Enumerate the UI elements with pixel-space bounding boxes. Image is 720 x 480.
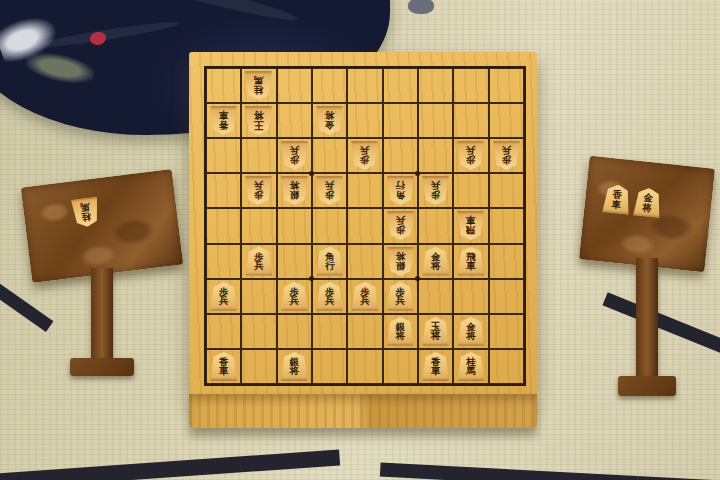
room-scene: 桂馬 桂馬香車王将金将歩兵歩兵歩兵歩兵歩兵銀将歩兵角行歩兵歩兵飛車歩兵角行銀将金… (0, 0, 720, 480)
square-2i[interactable]: 桂馬 (453, 349, 488, 384)
square-6a[interactable] (312, 68, 347, 103)
piece-kanji: 歩 (502, 156, 512, 166)
square-9d[interactable] (206, 173, 241, 208)
piece-kanji: 兵 (290, 146, 300, 156)
tatami-border-strip (380, 463, 720, 480)
piece-歩兵-gote[interactable]: 歩兵 (245, 176, 272, 205)
piece-kanji: 馬 (254, 76, 264, 86)
piece-歩兵-gote[interactable]: 歩兵 (457, 141, 484, 170)
piece-kanji: 兵 (290, 296, 300, 306)
piece-銀将-sente[interactable]: 銀将 (281, 352, 308, 381)
square-1f[interactable] (489, 244, 524, 279)
piece-kanji: 将 (325, 111, 335, 121)
square-3f[interactable]: 金将 (418, 244, 453, 279)
piece-歩兵-sente[interactable]: 歩兵 (351, 282, 378, 311)
piece-kanji: 香 (219, 121, 229, 131)
piece-kanji: 歩 (360, 156, 370, 166)
square-8a[interactable]: 桂馬 (241, 68, 276, 103)
piece-香車-sente[interactable]: 香車 (210, 352, 237, 381)
piece-kanji: 兵 (396, 296, 406, 306)
piece-kanji: 兵 (466, 146, 476, 156)
piece-kanji: 金 (325, 121, 335, 131)
square-5g[interactable]: 歩兵 (347, 279, 382, 314)
piece-香車-sente[interactable]: 香車 (422, 352, 449, 381)
piece-kanji: 将 (290, 366, 300, 376)
square-7g[interactable]: 歩兵 (277, 279, 312, 314)
piece-kanji: 兵 (254, 261, 264, 271)
piece-kanji: 将 (642, 202, 652, 212)
square-6g[interactable]: 歩兵 (312, 279, 347, 314)
piece-kanji: 兵 (360, 146, 370, 156)
piece-歩兵-gote[interactable]: 歩兵 (387, 211, 414, 240)
piece-kanji: 桂 (81, 212, 92, 223)
piece-香車-sente[interactable]: 香車 (602, 183, 632, 215)
square-2h[interactable]: 金将 (453, 314, 488, 349)
komadai-gote: 桂馬 (26, 178, 178, 376)
square-6e[interactable] (312, 208, 347, 243)
shogi-board: 桂馬香車王将金将歩兵歩兵歩兵歩兵歩兵銀将歩兵角行歩兵歩兵飛車歩兵角行銀将金将飛車… (189, 52, 537, 428)
square-3g[interactable] (418, 279, 453, 314)
piece-金将-gote[interactable]: 金将 (316, 106, 343, 135)
piece-歩兵-gote[interactable]: 歩兵 (281, 141, 308, 170)
square-9g[interactable]: 歩兵 (206, 279, 241, 314)
piece-kanji: 兵 (325, 296, 335, 306)
square-4b[interactable] (383, 103, 418, 138)
piece-kanji: 将 (396, 331, 406, 341)
square-8d[interactable]: 歩兵 (241, 173, 276, 208)
piece-kanji: 将 (254, 111, 264, 121)
square-9i[interactable]: 香車 (206, 349, 241, 384)
square-5b[interactable] (347, 103, 382, 138)
square-8b[interactable]: 王将 (241, 103, 276, 138)
square-5e[interactable] (347, 208, 382, 243)
square-7i[interactable]: 銀将 (277, 349, 312, 384)
square-8g[interactable] (241, 279, 276, 314)
piece-歩兵-sente[interactable]: 歩兵 (210, 282, 237, 311)
square-7d[interactable]: 銀将 (277, 173, 312, 208)
square-4h[interactable]: 銀将 (383, 314, 418, 349)
komadai-sente-leg (636, 258, 658, 378)
square-1b[interactable] (489, 103, 524, 138)
piece-kanji: 兵 (219, 296, 229, 306)
square-3e[interactable] (418, 208, 453, 243)
piece-kanji: 将 (466, 331, 476, 341)
square-8c[interactable] (241, 138, 276, 173)
piece-kanji: 将 (396, 252, 406, 262)
piece-飛車-sente[interactable]: 飛車 (457, 247, 484, 276)
square-1e[interactable] (489, 208, 524, 243)
piece-kanji: 飛 (466, 226, 476, 236)
square-9h[interactable] (206, 314, 241, 349)
piece-kanji: 車 (431, 366, 441, 376)
square-7f[interactable] (277, 244, 312, 279)
square-8i[interactable] (241, 349, 276, 384)
square-3i[interactable]: 香車 (418, 349, 453, 384)
piece-kanji: 歩 (254, 191, 264, 201)
piece-kanji: 歩 (290, 156, 300, 166)
square-3b[interactable] (418, 103, 453, 138)
square-5f[interactable] (347, 244, 382, 279)
square-7e[interactable] (277, 208, 312, 243)
fabric-flower-red (90, 32, 106, 45)
tatami-border-strip (0, 449, 340, 480)
square-1d[interactable] (489, 173, 524, 208)
fabric-leaf-pattern (23, 48, 97, 88)
piece-王将-gote[interactable]: 王将 (245, 106, 272, 135)
square-6b[interactable]: 金将 (312, 103, 347, 138)
square-3a[interactable] (418, 68, 453, 103)
piece-kanji: 角 (396, 191, 406, 201)
square-5h[interactable] (347, 314, 382, 349)
square-6c[interactable] (312, 138, 347, 173)
square-5c[interactable]: 歩兵 (347, 138, 382, 173)
square-4f[interactable]: 銀将 (383, 244, 418, 279)
piece-香車-gote[interactable]: 香車 (210, 106, 237, 135)
square-1h[interactable] (489, 314, 524, 349)
square-7c[interactable]: 歩兵 (277, 138, 312, 173)
square-7h[interactable] (277, 314, 312, 349)
piece-金将-sente[interactable]: 金将 (422, 247, 449, 276)
square-1g[interactable] (489, 279, 524, 314)
piece-歩兵-sente[interactable]: 歩兵 (281, 282, 308, 311)
piece-kanji: 兵 (254, 181, 264, 191)
square-3h[interactable]: 玉将 (418, 314, 453, 349)
square-4i[interactable] (383, 349, 418, 384)
square-9b[interactable]: 香車 (206, 103, 241, 138)
square-5i[interactable] (347, 349, 382, 384)
square-3c[interactable] (418, 138, 453, 173)
piece-kanji: 歩 (325, 191, 335, 201)
square-2c[interactable]: 歩兵 (453, 138, 488, 173)
piece-kanji: 馬 (80, 202, 91, 213)
piece-歩兵-gote[interactable]: 歩兵 (422, 176, 449, 205)
piece-金将-sente[interactable]: 金将 (457, 317, 484, 346)
board-grid: 桂馬香車王将金将歩兵歩兵歩兵歩兵歩兵銀将歩兵角行歩兵歩兵飛車歩兵角行銀将金将飛車… (204, 66, 526, 386)
piece-歩兵-sente[interactable]: 歩兵 (245, 247, 272, 276)
square-1c[interactable]: 歩兵 (489, 138, 524, 173)
piece-角行-sente[interactable]: 角行 (316, 247, 343, 276)
square-4d[interactable]: 角行 (383, 173, 418, 208)
komadai-gote-foot (70, 358, 134, 376)
square-4c[interactable] (383, 138, 418, 173)
square-7a[interactable] (277, 68, 312, 103)
piece-銀将-gote[interactable]: 銀将 (387, 247, 414, 276)
board-front-face (189, 394, 537, 428)
piece-kanji: 歩 (396, 226, 406, 236)
square-6i[interactable] (312, 349, 347, 384)
square-4a[interactable] (383, 68, 418, 103)
piece-桂馬-gote[interactable]: 桂馬 (71, 196, 101, 228)
piece-kanji: 車 (611, 199, 621, 209)
piece-kanji: 歩 (431, 191, 441, 201)
square-5d[interactable] (347, 173, 382, 208)
piece-桂馬-sente[interactable]: 桂馬 (457, 352, 484, 381)
piece-kanji: 歩 (466, 156, 476, 166)
piece-kanji: 兵 (396, 216, 406, 226)
square-1i[interactable] (489, 349, 524, 384)
piece-kanji: 車 (466, 216, 476, 226)
piece-kanji: 将 (431, 331, 441, 341)
piece-kanji: 兵 (431, 181, 441, 191)
komadai-sente-foot (618, 376, 676, 396)
piece-kanji: 銀 (290, 191, 300, 201)
piece-金将-sente[interactable]: 金将 (633, 187, 663, 219)
fabric-fold (121, 0, 299, 26)
square-9f[interactable] (206, 244, 241, 279)
square-5a[interactable] (347, 68, 382, 103)
piece-銀将-gote[interactable]: 銀将 (281, 176, 308, 205)
square-2e[interactable]: 飛車 (453, 208, 488, 243)
square-6h[interactable] (312, 314, 347, 349)
square-3d[interactable]: 歩兵 (418, 173, 453, 208)
piece-kanji: 馬 (466, 366, 476, 376)
komadai-gote-surface[interactable]: 桂馬 (21, 169, 184, 283)
square-6d[interactable]: 歩兵 (312, 173, 347, 208)
piece-kanji: 車 (219, 111, 229, 121)
piece-桂馬-gote[interactable]: 桂馬 (245, 71, 272, 100)
square-2a[interactable] (453, 68, 488, 103)
komadai-sente-surface[interactable]: 香車金将 (579, 156, 715, 273)
piece-kanji: 銀 (396, 261, 406, 271)
square-8h[interactable] (241, 314, 276, 349)
komadai-gote-leg (91, 268, 113, 360)
square-2b[interactable] (453, 103, 488, 138)
piece-kanji: 王 (254, 121, 264, 131)
square-9e[interactable] (206, 208, 241, 243)
piece-歩兵-gote[interactable]: 歩兵 (351, 141, 378, 170)
piece-kanji: 兵 (360, 296, 370, 306)
board-surface: 桂馬香車王将金将歩兵歩兵歩兵歩兵歩兵銀将歩兵角行歩兵歩兵飛車歩兵角行銀将金将飛車… (189, 52, 537, 396)
piece-歩兵-gote[interactable]: 歩兵 (316, 176, 343, 205)
square-9c[interactable] (206, 138, 241, 173)
piece-kanji: 兵 (502, 146, 512, 156)
piece-kanji: 車 (219, 366, 229, 376)
square-4e[interactable]: 歩兵 (383, 208, 418, 243)
piece-kanji: 行 (325, 261, 335, 271)
piece-kanji: 車 (466, 261, 476, 271)
piece-kanji: 将 (290, 181, 300, 191)
piece-角行-gote[interactable]: 角行 (387, 176, 414, 205)
piece-kanji: 将 (431, 261, 441, 271)
komadai-sente: 香車金将 (584, 162, 710, 396)
piece-玉将-sente[interactable]: 玉将 (422, 317, 449, 346)
piece-銀将-sente[interactable]: 銀将 (387, 317, 414, 346)
square-2f[interactable]: 飛車 (453, 244, 488, 279)
piece-歩兵-sente[interactable]: 歩兵 (387, 282, 414, 311)
square-2g[interactable] (453, 279, 488, 314)
piece-歩兵-gote[interactable]: 歩兵 (493, 141, 520, 170)
piece-歩兵-sente[interactable]: 歩兵 (316, 282, 343, 311)
square-8e[interactable] (241, 208, 276, 243)
piece-kanji: 兵 (325, 181, 335, 191)
square-9a[interactable] (206, 68, 241, 103)
piece-飛車-gote[interactable]: 飛車 (457, 211, 484, 240)
piece-kanji: 行 (396, 181, 406, 191)
square-6f[interactable]: 角行 (312, 244, 347, 279)
square-2d[interactable] (453, 173, 488, 208)
piece-kanji: 桂 (254, 86, 264, 96)
square-7b[interactable] (277, 103, 312, 138)
fabric-sleeve-edge (408, 0, 434, 14)
square-8f[interactable]: 歩兵 (241, 244, 276, 279)
square-4g[interactable]: 歩兵 (383, 279, 418, 314)
square-1a[interactable] (489, 68, 524, 103)
